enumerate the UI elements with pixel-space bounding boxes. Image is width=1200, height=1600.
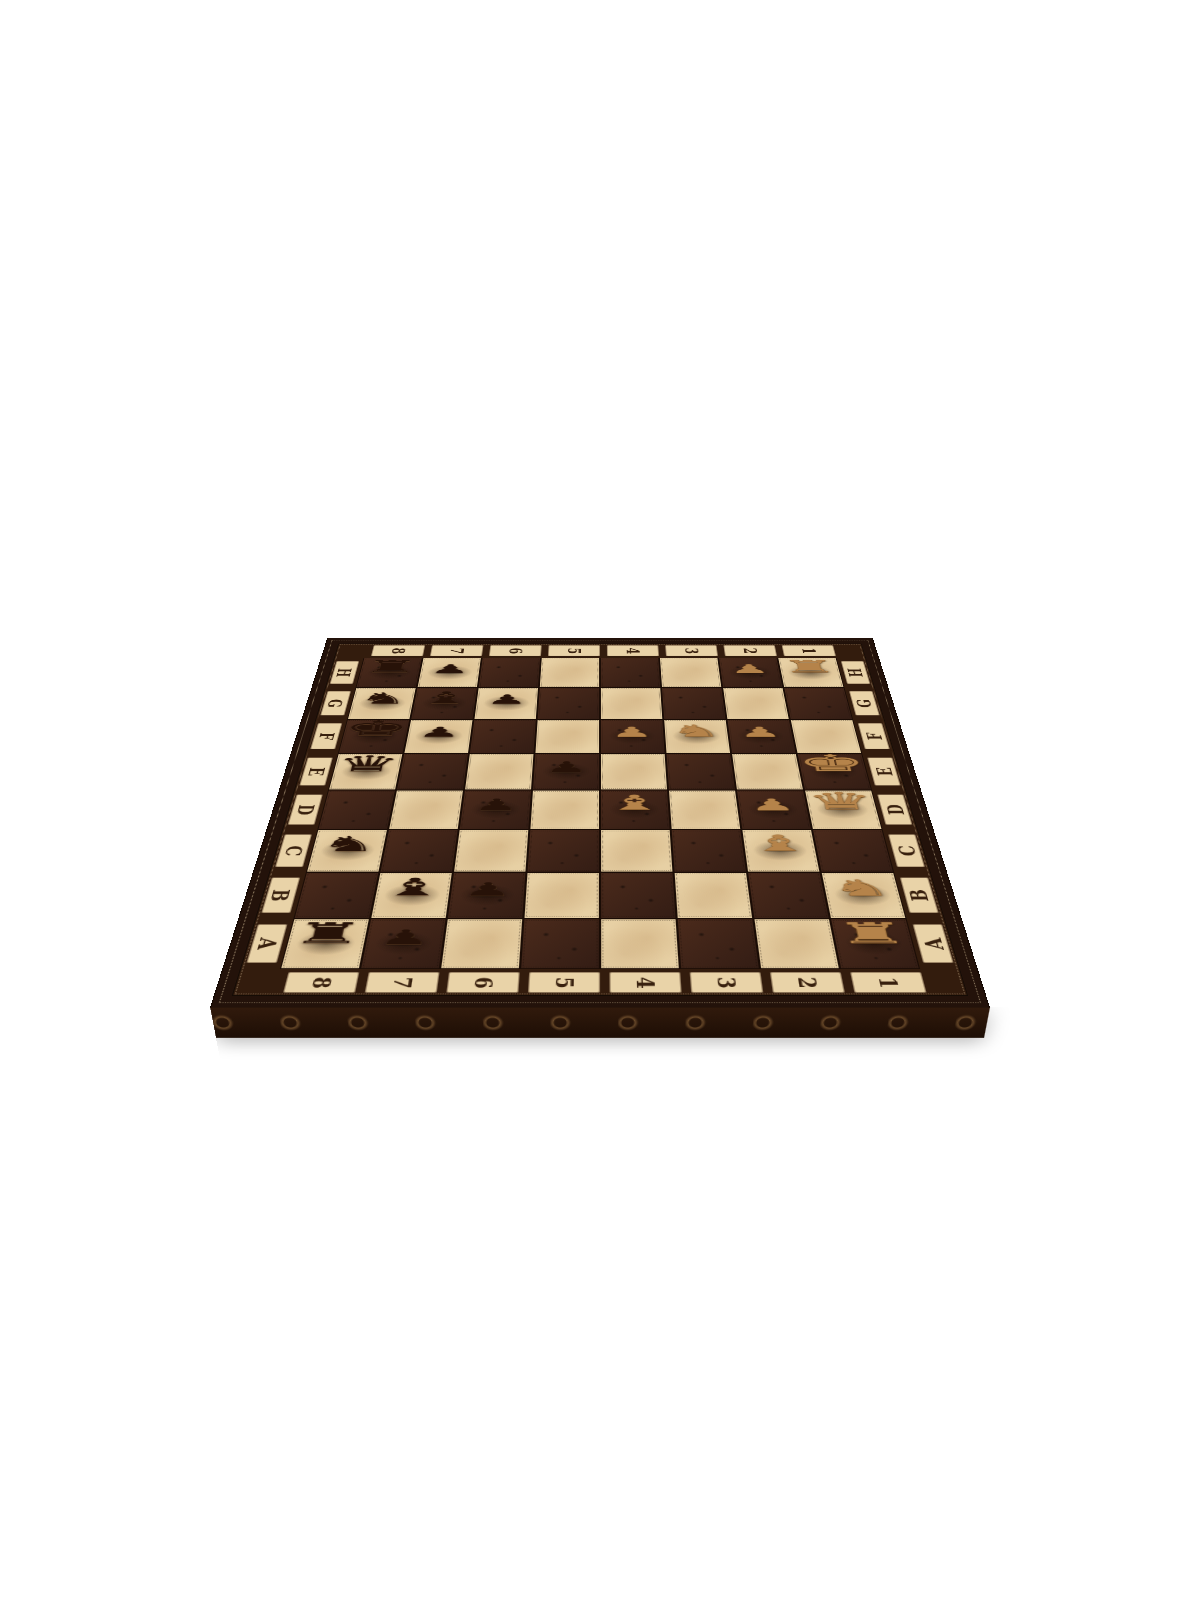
coordinate-label-1-front: 1 [850, 972, 926, 993]
coordinate-label-C-right: C [888, 834, 925, 867]
coordinate-label-F-right: F [858, 723, 890, 749]
square-a1[interactable] [831, 919, 919, 968]
coordinate-label-A-right: A [913, 924, 954, 963]
coordinate-label-6-back: 6 [489, 645, 542, 656]
square-h5[interactable] [540, 658, 599, 687]
hinge-icon [902, 756, 905, 770]
square-c6[interactable] [454, 830, 528, 871]
coordinate-label-D-left: D [288, 794, 323, 824]
square-a7[interactable] [361, 919, 445, 968]
coordinate-label-B-right: B [900, 877, 939, 912]
coordinate-label-6-front: 6 [446, 972, 519, 993]
square-g2[interactable] [723, 688, 789, 719]
chess-board: 8877665544332211HHGGFFEEDDCCBBAA ♜♞♚♛♞♜♟… [211, 638, 989, 1007]
piece-black-pawn-e5[interactable]: ♟ [507, 760, 625, 775]
square-c8[interactable] [307, 830, 387, 871]
square-b1[interactable] [822, 873, 905, 918]
square-d8[interactable] [319, 791, 395, 829]
square-b4[interactable] [601, 873, 675, 918]
piece-black-pawn-g6[interactable]: ♟ [451, 693, 562, 706]
coordinate-label-4-back: 4 [607, 645, 659, 656]
square-c1[interactable] [813, 830, 893, 871]
square-a2[interactable] [755, 919, 839, 968]
square-h4[interactable] [601, 658, 660, 687]
coordinate-label-A-left: A [246, 924, 287, 963]
square-c3[interactable] [672, 830, 746, 871]
board-front-face [210, 1007, 990, 1037]
square-g1[interactable] [784, 688, 852, 719]
square-c2[interactable] [742, 830, 819, 871]
square-b7[interactable] [371, 873, 451, 918]
hinge-icon [936, 865, 940, 881]
square-a4[interactable] [601, 919, 679, 968]
coordinate-label-7-front: 7 [365, 972, 440, 993]
square-a6[interactable] [441, 919, 522, 968]
square-a3[interactable] [678, 919, 759, 968]
coordinate-label-C-left: C [275, 834, 312, 867]
square-b3[interactable] [675, 873, 752, 918]
square-c5[interactable] [528, 830, 599, 871]
square-b5[interactable] [525, 873, 599, 918]
coordinate-label-G-right: G [849, 691, 880, 715]
square-a8[interactable] [281, 919, 369, 968]
square-b6[interactable] [448, 873, 525, 918]
coordinate-label-7-back: 7 [430, 645, 484, 656]
coordinate-label-5-back: 5 [548, 645, 600, 656]
coordinate-label-8-back: 8 [371, 645, 425, 656]
coordinate-label-4-front: 4 [609, 972, 681, 993]
piece-black-queen-e8[interactable]: ♛ [307, 753, 429, 775]
coordinate-label-1-back: 1 [782, 645, 836, 656]
square-b8[interactable] [295, 873, 378, 918]
square-a5[interactable] [521, 919, 599, 968]
coordinate-label-B-left: B [261, 877, 300, 912]
square-c7[interactable] [381, 830, 458, 871]
square-c4[interactable] [601, 830, 672, 871]
square-g4[interactable] [601, 688, 662, 719]
square-g3[interactable] [662, 688, 725, 719]
coordinate-label-3-back: 3 [665, 645, 718, 656]
coordinate-label-3-front: 3 [690, 972, 764, 993]
coordinate-label-2-back: 2 [723, 645, 777, 656]
square-e3[interactable] [667, 754, 735, 790]
coordinate-label-2-front: 2 [770, 972, 845, 993]
coordinate-label-5-front: 5 [528, 972, 600, 993]
piece-white-king-e1[interactable]: ♚ [771, 751, 893, 774]
square-b2[interactable] [748, 873, 828, 918]
coordinate-label-8-front: 8 [283, 972, 359, 993]
scene: 8877665544332211HHGGFFEEDDCCBBAA ♜♞♚♛♞♜♟… [280, 470, 920, 1110]
